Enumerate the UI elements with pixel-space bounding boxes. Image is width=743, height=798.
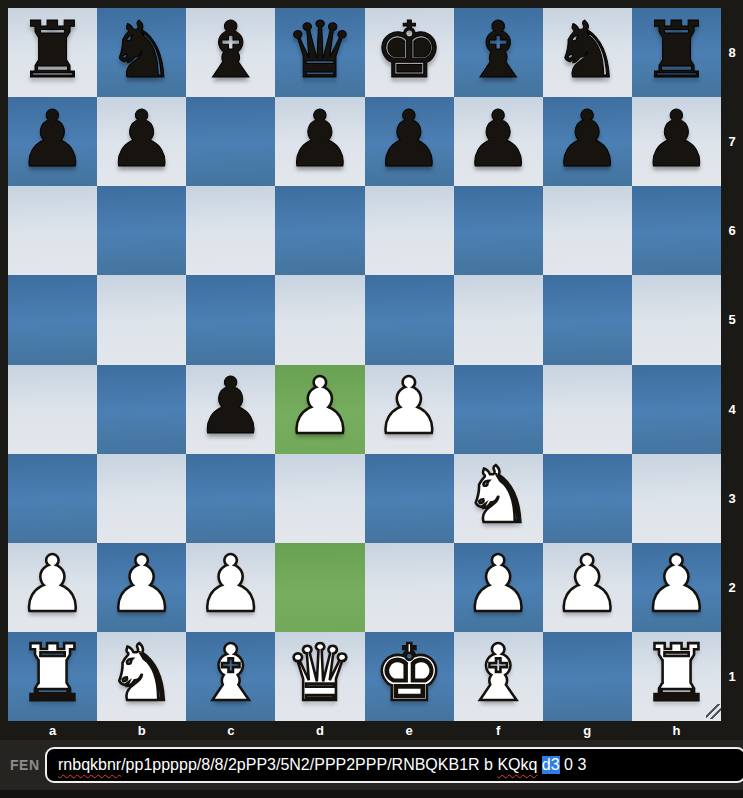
white-king[interactable]: ♚ xyxy=(374,634,444,712)
square-e4[interactable]: ♟ xyxy=(365,365,454,454)
white-pawn[interactable]: ♟ xyxy=(18,545,88,623)
black-pawn[interactable]: ♟ xyxy=(196,367,266,445)
square-e1[interactable]: ♚ xyxy=(365,632,454,721)
white-rook[interactable]: ♜ xyxy=(641,634,711,712)
square-g7[interactable]: ♟ xyxy=(543,97,632,186)
black-pawn[interactable]: ♟ xyxy=(641,100,711,178)
square-g8[interactable]: ♞ xyxy=(543,8,632,97)
square-h4[interactable] xyxy=(632,365,721,454)
square-c6[interactable] xyxy=(186,186,275,275)
chess-board: ♜♞♝♛♚♝♞♜♟♟♟♟♟♟♟♟♟♟♞♟♟♟♟♟♟♜♞♝♛♚♝♜ 8765432… xyxy=(0,0,743,740)
black-knight[interactable]: ♞ xyxy=(107,11,177,89)
white-queen[interactable]: ♛ xyxy=(285,634,355,712)
rank-label-5: 5 xyxy=(721,275,743,364)
square-a3[interactable] xyxy=(8,454,97,543)
rank-label-6: 6 xyxy=(721,186,743,275)
white-bishop[interactable]: ♝ xyxy=(196,634,266,712)
square-g6[interactable] xyxy=(543,186,632,275)
square-d5[interactable] xyxy=(275,275,364,364)
square-a2[interactable]: ♟ xyxy=(8,543,97,632)
square-b2[interactable]: ♟ xyxy=(97,543,186,632)
file-label-h: h xyxy=(632,721,721,740)
square-a4[interactable] xyxy=(8,365,97,454)
file-label-f: f xyxy=(454,721,543,740)
square-f6[interactable] xyxy=(454,186,543,275)
file-label-g: g xyxy=(543,721,632,740)
black-pawn[interactable]: ♟ xyxy=(107,100,177,178)
white-pawn[interactable]: ♟ xyxy=(374,367,444,445)
black-pawn[interactable]: ♟ xyxy=(18,100,88,178)
square-f2[interactable]: ♟ xyxy=(454,543,543,632)
fen-label: FEN xyxy=(10,740,40,790)
square-c4[interactable]: ♟ xyxy=(186,365,275,454)
white-pawn[interactable]: ♟ xyxy=(463,545,533,623)
rank-label-7: 7 xyxy=(721,97,743,186)
square-c2[interactable]: ♟ xyxy=(186,543,275,632)
square-g2[interactable]: ♟ xyxy=(543,543,632,632)
board-squares: ♜♞♝♛♚♝♞♜♟♟♟♟♟♟♟♟♟♟♞♟♟♟♟♟♟♜♞♝♛♚♝♜ xyxy=(8,8,721,721)
white-pawn[interactable]: ♟ xyxy=(552,545,622,623)
rank-label-8: 8 xyxy=(721,8,743,97)
rank-label-3: 3 xyxy=(721,454,743,543)
square-c3[interactable] xyxy=(186,454,275,543)
square-e3[interactable] xyxy=(365,454,454,543)
white-knight[interactable]: ♞ xyxy=(463,456,533,534)
black-bishop[interactable]: ♝ xyxy=(196,11,266,89)
square-f3[interactable]: ♞ xyxy=(454,454,543,543)
black-bishop[interactable]: ♝ xyxy=(463,11,533,89)
square-d3[interactable] xyxy=(275,454,364,543)
square-c8[interactable]: ♝ xyxy=(186,8,275,97)
square-b1[interactable]: ♞ xyxy=(97,632,186,721)
square-e6[interactable] xyxy=(365,186,454,275)
rank-coordinates: 87654321 xyxy=(721,8,743,721)
square-a6[interactable] xyxy=(8,186,97,275)
square-g1[interactable] xyxy=(543,632,632,721)
square-b6[interactable] xyxy=(97,186,186,275)
square-e7[interactable]: ♟ xyxy=(365,97,454,186)
square-h5[interactable] xyxy=(632,275,721,364)
file-label-b: b xyxy=(97,721,186,740)
square-f1[interactable]: ♝ xyxy=(454,632,543,721)
fen-text-segment: rnbqkbnr xyxy=(58,756,121,774)
square-d8[interactable]: ♛ xyxy=(275,8,364,97)
square-d7[interactable]: ♟ xyxy=(275,97,364,186)
black-queen[interactable]: ♛ xyxy=(285,11,355,89)
white-knight[interactable]: ♞ xyxy=(107,634,177,712)
white-pawn[interactable]: ♟ xyxy=(285,367,355,445)
square-b4[interactable] xyxy=(97,365,186,454)
square-b7[interactable]: ♟ xyxy=(97,97,186,186)
bottom-edge xyxy=(0,790,743,798)
square-g3[interactable] xyxy=(543,454,632,543)
square-e2[interactable] xyxy=(365,543,454,632)
square-g4[interactable] xyxy=(543,365,632,454)
black-pawn[interactable]: ♟ xyxy=(552,100,622,178)
fen-text-segment: /pp1ppppp/8/8/2pPP3/5N2/PPP2PPP/RNBQKB1R… xyxy=(121,756,497,774)
square-f8[interactable]: ♝ xyxy=(454,8,543,97)
fen-text-segment: KQkq xyxy=(497,756,537,774)
square-f5[interactable] xyxy=(454,275,543,364)
fen-text-segment: 0 3 xyxy=(560,756,587,774)
square-b5[interactable] xyxy=(97,275,186,364)
square-e8[interactable]: ♚ xyxy=(365,8,454,97)
black-knight[interactable]: ♞ xyxy=(552,11,622,89)
square-h6[interactable] xyxy=(632,186,721,275)
square-h7[interactable]: ♟ xyxy=(632,97,721,186)
square-d2[interactable] xyxy=(275,543,364,632)
white-pawn[interactable]: ♟ xyxy=(196,545,266,623)
square-a7[interactable]: ♟ xyxy=(8,97,97,186)
file-coordinates: abcdefgh xyxy=(8,721,721,740)
white-bishop[interactable]: ♝ xyxy=(463,634,533,712)
square-a8[interactable]: ♜ xyxy=(8,8,97,97)
white-pawn[interactable]: ♟ xyxy=(641,545,711,623)
white-rook[interactable]: ♜ xyxy=(18,634,88,712)
square-d1[interactable]: ♛ xyxy=(275,632,364,721)
square-c7[interactable] xyxy=(186,97,275,186)
square-e5[interactable] xyxy=(365,275,454,364)
fen-selected-text: d3 xyxy=(542,756,560,774)
square-g5[interactable] xyxy=(543,275,632,364)
square-b8[interactable]: ♞ xyxy=(97,8,186,97)
square-d6[interactable] xyxy=(275,186,364,275)
black-pawn[interactable]: ♟ xyxy=(285,100,355,178)
black-rook[interactable]: ♜ xyxy=(18,11,88,89)
square-b3[interactable] xyxy=(97,454,186,543)
rank-label-2: 2 xyxy=(721,543,743,632)
square-h2[interactable]: ♟ xyxy=(632,543,721,632)
file-label-d: d xyxy=(275,721,364,740)
white-pawn[interactable]: ♟ xyxy=(107,545,177,623)
board-resize-handle[interactable] xyxy=(706,704,721,719)
black-king[interactable]: ♚ xyxy=(374,11,444,89)
square-f4[interactable] xyxy=(454,365,543,454)
file-label-c: c xyxy=(186,721,275,740)
black-pawn[interactable]: ♟ xyxy=(463,100,533,178)
square-f7[interactable]: ♟ xyxy=(454,97,543,186)
square-h3[interactable] xyxy=(632,454,721,543)
black-rook[interactable]: ♜ xyxy=(641,11,711,89)
square-h8[interactable]: ♜ xyxy=(632,8,721,97)
square-d4[interactable]: ♟ xyxy=(275,365,364,454)
file-label-e: e xyxy=(365,721,454,740)
fen-input[interactable]: rnbqkbnr/pp1ppppp/8/8/2pPP3/5N2/PPP2PPP/… xyxy=(45,747,743,783)
black-pawn[interactable]: ♟ xyxy=(374,100,444,178)
square-a1[interactable]: ♜ xyxy=(8,632,97,721)
square-a5[interactable] xyxy=(8,275,97,364)
square-c1[interactable]: ♝ xyxy=(186,632,275,721)
square-c5[interactable] xyxy=(186,275,275,364)
file-label-a: a xyxy=(8,721,97,740)
rank-label-1: 1 xyxy=(721,632,743,721)
rank-label-4: 4 xyxy=(721,365,743,454)
